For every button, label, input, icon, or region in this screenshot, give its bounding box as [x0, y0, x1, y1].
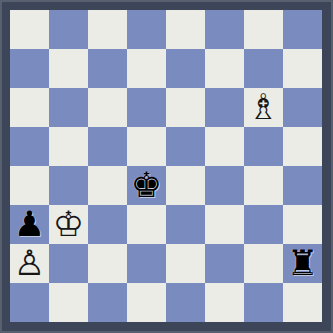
square-b6[interactable] [49, 88, 88, 127]
square-d5[interactable] [127, 127, 166, 166]
square-e6[interactable] [166, 88, 205, 127]
square-e4[interactable] [166, 166, 205, 205]
square-a2[interactable]: ♙ [10, 244, 49, 283]
board-frame: ♗♚♟♔♙♜ [0, 0, 333, 333]
square-e5[interactable] [166, 127, 205, 166]
square-h3[interactable] [283, 205, 322, 244]
square-h8[interactable] [283, 10, 322, 49]
square-c5[interactable] [88, 127, 127, 166]
square-c6[interactable] [88, 88, 127, 127]
square-g2[interactable] [244, 244, 283, 283]
square-b3[interactable]: ♔ [49, 205, 88, 244]
piece-white-pawn: ♙ [14, 244, 45, 283]
square-f8[interactable] [205, 10, 244, 49]
square-h6[interactable] [283, 88, 322, 127]
square-h5[interactable] [283, 127, 322, 166]
chess-board: ♗♚♟♔♙♜ [10, 10, 322, 322]
square-b4[interactable] [49, 166, 88, 205]
piece-black-king: ♚ [131, 166, 162, 205]
square-f5[interactable] [205, 127, 244, 166]
square-g3[interactable] [244, 205, 283, 244]
square-e7[interactable] [166, 49, 205, 88]
piece-black-rook: ♜ [287, 244, 318, 283]
square-d3[interactable] [127, 205, 166, 244]
square-a1[interactable] [10, 283, 49, 322]
square-c1[interactable] [88, 283, 127, 322]
square-b5[interactable] [49, 127, 88, 166]
square-h2[interactable]: ♜ [283, 244, 322, 283]
square-a8[interactable] [10, 10, 49, 49]
square-f2[interactable] [205, 244, 244, 283]
square-f4[interactable] [205, 166, 244, 205]
square-h1[interactable] [283, 283, 322, 322]
square-g6[interactable]: ♗ [244, 88, 283, 127]
square-a4[interactable] [10, 166, 49, 205]
square-f3[interactable] [205, 205, 244, 244]
piece-black-pawn: ♟ [14, 205, 45, 244]
square-h4[interactable] [283, 166, 322, 205]
square-f1[interactable] [205, 283, 244, 322]
square-c2[interactable] [88, 244, 127, 283]
square-a7[interactable] [10, 49, 49, 88]
square-g5[interactable] [244, 127, 283, 166]
square-e2[interactable] [166, 244, 205, 283]
square-d1[interactable] [127, 283, 166, 322]
square-d2[interactable] [127, 244, 166, 283]
square-c3[interactable] [88, 205, 127, 244]
square-g4[interactable] [244, 166, 283, 205]
square-d6[interactable] [127, 88, 166, 127]
square-e8[interactable] [166, 10, 205, 49]
square-d8[interactable] [127, 10, 166, 49]
square-b1[interactable] [49, 283, 88, 322]
square-e3[interactable] [166, 205, 205, 244]
square-d7[interactable] [127, 49, 166, 88]
square-a5[interactable] [10, 127, 49, 166]
square-b7[interactable] [49, 49, 88, 88]
square-c4[interactable] [88, 166, 127, 205]
square-d4[interactable]: ♚ [127, 166, 166, 205]
square-a6[interactable] [10, 88, 49, 127]
piece-white-bishop: ♗ [248, 88, 279, 127]
square-f6[interactable] [205, 88, 244, 127]
square-g1[interactable] [244, 283, 283, 322]
square-b2[interactable] [49, 244, 88, 283]
square-c7[interactable] [88, 49, 127, 88]
square-a3[interactable]: ♟ [10, 205, 49, 244]
square-c8[interactable] [88, 10, 127, 49]
square-g8[interactable] [244, 10, 283, 49]
square-e1[interactable] [166, 283, 205, 322]
square-h7[interactable] [283, 49, 322, 88]
piece-white-king: ♔ [53, 205, 84, 244]
square-f7[interactable] [205, 49, 244, 88]
square-b8[interactable] [49, 10, 88, 49]
square-g7[interactable] [244, 49, 283, 88]
